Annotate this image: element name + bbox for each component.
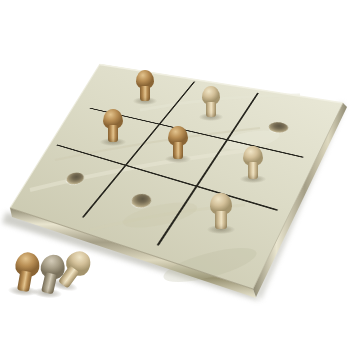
- peg-hole-r2c1[interactable]: [128, 191, 154, 209]
- peg-light-r1c2-shaft: [248, 162, 259, 179]
- peg-hole-r0c2[interactable]: [266, 120, 290, 134]
- peg-light-r1c2[interactable]: [242, 146, 264, 179]
- peg-dark-r1c0-shaft: [108, 125, 119, 142]
- peg-hole-r2c0[interactable]: [63, 170, 87, 186]
- peg-dark-r0c0[interactable]: [135, 70, 155, 101]
- peg-light-r0c1-shaft: [206, 102, 216, 117]
- scene: [0, 0, 350, 350]
- peg-dark-r1c0[interactable]: [102, 109, 124, 142]
- spare-peg-1-dark-shaft: [17, 271, 33, 292]
- peg-dark-r1c1-shaft: [173, 142, 184, 159]
- peg-light-r2c2-shaft: [215, 211, 227, 229]
- peg-dark-r1c1[interactable]: [167, 126, 189, 159]
- peg-dark-r0c0-shaft: [140, 86, 150, 101]
- peg-light-r0c1[interactable]: [201, 86, 221, 117]
- peg-light-r2c2[interactable]: [209, 193, 233, 229]
